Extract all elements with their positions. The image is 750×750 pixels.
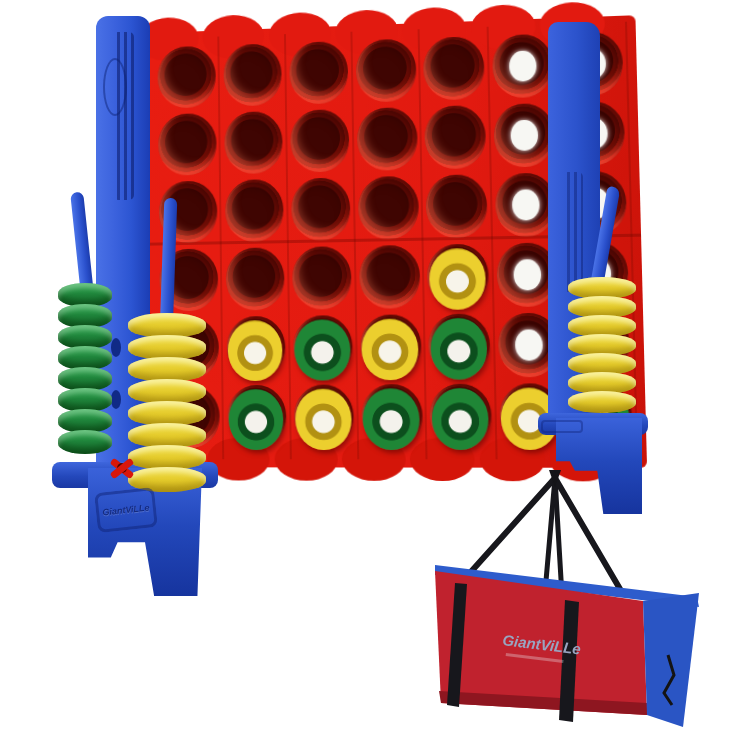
board-cell [221, 176, 288, 246]
board-hole [492, 34, 554, 98]
board-cell [422, 171, 492, 242]
board-hole [292, 246, 352, 309]
frame-emboss-text: GiantViLLe [102, 503, 150, 518]
board-cell [289, 312, 357, 382]
board-hole [291, 178, 351, 241]
board-cell [356, 242, 425, 312]
board-hole [493, 103, 555, 167]
board-cell [421, 102, 491, 173]
board-cell [353, 104, 422, 174]
yellow-disc-stack-front [128, 316, 206, 492]
board-hole [225, 179, 284, 242]
board-hole [356, 39, 417, 102]
board-hole [158, 113, 216, 175]
board-cell [288, 174, 356, 244]
post-oval-emboss [103, 58, 127, 116]
board-disc-green [431, 388, 489, 450]
yellow-disc-stack-right [568, 280, 636, 413]
frame-emboss-panel: GiantViLLe [94, 487, 158, 533]
board-cell [224, 382, 292, 451]
board-disc-green [294, 319, 350, 380]
board-hole [358, 176, 419, 239]
board-cell [155, 110, 221, 179]
tray-disc-yellow [568, 391, 636, 413]
board-cell [424, 240, 494, 311]
post-grooves [563, 172, 583, 292]
board-hole [359, 245, 420, 308]
clamp-hub [117, 463, 127, 473]
carry-bag: GiantViLLe [410, 460, 740, 745]
board-cell [426, 380, 497, 451]
board-hole [289, 41, 349, 104]
board-cell [357, 311, 426, 381]
board-hole [225, 248, 284, 311]
board-disc-yellow [429, 248, 487, 310]
post-cutout [111, 390, 121, 409]
board-disc-yellow [295, 388, 351, 449]
board-cell [352, 35, 421, 106]
board-cell [420, 33, 490, 104]
board-cell [425, 310, 495, 381]
board-hole [357, 107, 418, 170]
board-disc-yellow [362, 318, 419, 380]
board-hole [224, 111, 283, 174]
board-cell [288, 243, 356, 313]
board-cell [355, 173, 424, 243]
red-clamp-knob [106, 452, 138, 484]
board-cell [154, 42, 220, 111]
board-hole [426, 174, 488, 238]
board-cell [287, 106, 355, 176]
board-disc-green [430, 317, 488, 379]
product-photo: GiantViLLe GiantViLLe [0, 0, 750, 750]
board-cell [220, 108, 287, 178]
board-cell [286, 38, 354, 108]
board-disc-green [228, 389, 284, 450]
green-disc-stack [58, 286, 112, 454]
board-cell [222, 244, 289, 313]
board-disc-yellow [228, 320, 283, 381]
board-cell [220, 40, 287, 110]
board-hole [158, 46, 216, 108]
post-cutout [111, 338, 121, 357]
board-disc-green [363, 388, 420, 450]
board-cell [290, 381, 359, 451]
frame-emboss-panel-right [541, 420, 583, 433]
board-hole [290, 109, 350, 172]
board-hole [223, 44, 282, 107]
board-hole [425, 105, 487, 169]
board-cell [223, 313, 291, 382]
board-hole [423, 36, 484, 100]
board-cell [358, 381, 428, 451]
tray-disc-green [58, 430, 112, 454]
